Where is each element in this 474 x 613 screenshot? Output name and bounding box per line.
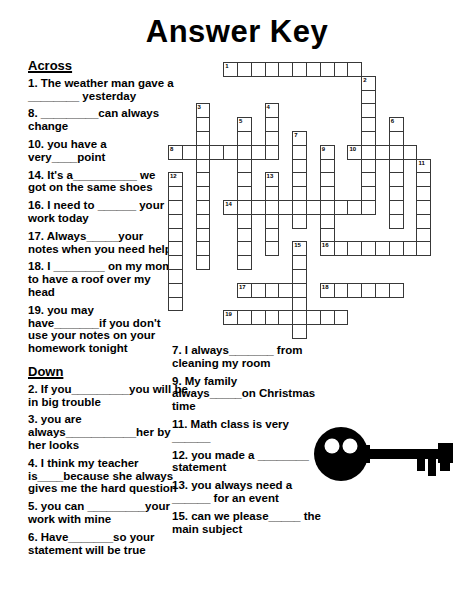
down-header: Down xyxy=(28,366,188,379)
grid-cell-r7c14[interactable] xyxy=(361,159,376,174)
grid-cell-r12c11[interactable] xyxy=(320,228,335,243)
grid-cell-r18c9[interactable] xyxy=(292,310,307,325)
cell-number: 17 xyxy=(239,284,246,291)
grid-cell-r13c11-num16[interactable]: 16 xyxy=(320,241,335,256)
grid-cell-r9c16[interactable] xyxy=(389,186,404,201)
page-title: Answer Key xyxy=(0,14,474,50)
grid-cell-r16c0[interactable] xyxy=(168,283,183,298)
grid-cell-r0c11[interactable] xyxy=(320,62,335,77)
grid-cell-r7c2[interactable] xyxy=(196,159,211,174)
grid-cell-r18c7[interactable] xyxy=(265,310,280,325)
grid-cell-r10c9[interactable] xyxy=(292,200,307,215)
grid-cell-r12c0[interactable] xyxy=(168,228,183,243)
grid-cell-r5c16[interactable] xyxy=(389,131,404,146)
grid-cell-r0c8[interactable] xyxy=(278,62,293,77)
grid-cell-r13c15[interactable] xyxy=(375,241,390,256)
grid-cell-r5c5[interactable] xyxy=(237,131,252,146)
grid-cell-r13c12[interactable] xyxy=(334,241,349,256)
grid-cell-r6c4[interactable] xyxy=(223,145,238,160)
grid-cell-r18c10[interactable] xyxy=(306,310,321,325)
clue-18: 18. I ________ on my mom to have a roof … xyxy=(28,260,175,298)
clue-6: 6. Have_______so your statement will be … xyxy=(28,531,188,557)
grid-cell-r6c7[interactable] xyxy=(265,145,280,160)
grid-cell-r10c11[interactable] xyxy=(320,200,335,215)
grid-cell-r6c15[interactable] xyxy=(375,145,390,160)
grid-cell-r10c18[interactable] xyxy=(416,200,431,215)
clue-1: 1. The weather man gave a ________ yeste… xyxy=(28,77,175,103)
grid-cell-r13c13[interactable] xyxy=(347,241,362,256)
grid-cell-r12c18[interactable] xyxy=(416,228,431,243)
grid-cell-r13c16[interactable] xyxy=(389,241,404,256)
grid-cell-r9c5[interactable] xyxy=(237,186,252,201)
grid-cell-r10c13[interactable] xyxy=(347,200,362,215)
grid-cell-r6c14[interactable] xyxy=(361,145,376,160)
grid-cell-r6c0-num8[interactable]: 8 xyxy=(168,145,183,160)
grid-cell-r10c2[interactable] xyxy=(196,200,211,215)
grid-cell-r13c14[interactable] xyxy=(361,241,376,256)
cell-number: 2 xyxy=(363,77,366,84)
clue-7: 7. I always_______ from cleaning my room xyxy=(172,344,324,370)
grid-cell-r11c5[interactable] xyxy=(237,214,252,229)
clue-16: 16. I need to ______ your work today xyxy=(28,199,175,225)
grid-cell-r3c7-num4[interactable]: 4 xyxy=(265,103,280,118)
grid-cell-r11c2[interactable] xyxy=(196,214,211,229)
grid-cell-r0c6[interactable] xyxy=(251,62,266,77)
grid-cell-r16c8[interactable] xyxy=(278,283,293,298)
grid-cell-r6c3[interactable] xyxy=(209,145,224,160)
clue-14: 14. It's a__________ we got on the same … xyxy=(28,169,175,195)
clue-17: 17. Always_____your notes when you need … xyxy=(28,230,175,256)
grid-cell-r0c7[interactable] xyxy=(265,62,280,77)
grid-cell-r18c12[interactable] xyxy=(334,310,349,325)
grid-cell-r14c5[interactable] xyxy=(237,255,252,270)
grid-cell-r5c7[interactable] xyxy=(265,131,280,146)
grid-cell-r6c11-num9[interactable]: 9 xyxy=(320,145,335,160)
clue-13: 13. you always need a ______ for an even… xyxy=(172,479,324,505)
grid-cell-r6c5[interactable] xyxy=(237,145,252,160)
crossword-grid: 12345678916101112131415171819 xyxy=(168,62,432,340)
worksheet-page: Answer Key Across 1. The weather man gav… xyxy=(0,0,474,613)
grid-cell-r9c0[interactable] xyxy=(168,186,183,201)
grid-cell-r11c16[interactable] xyxy=(389,214,404,229)
grid-cell-r10c16[interactable] xyxy=(389,200,404,215)
grid-cell-r9c11[interactable] xyxy=(320,186,335,201)
cell-number: 5 xyxy=(239,118,242,125)
grid-cell-r8c2[interactable] xyxy=(196,172,211,187)
grid-cell-r3c2-num3[interactable]: 3 xyxy=(196,103,211,118)
grid-cell-r10c5[interactable] xyxy=(237,200,252,215)
grid-cell-r14c0[interactable] xyxy=(168,255,183,270)
grid-cell-r13c7[interactable] xyxy=(265,241,280,256)
grid-cell-r12c7[interactable] xyxy=(265,228,280,243)
grid-cell-r18c8[interactable] xyxy=(278,310,293,325)
grid-cell-r9c7[interactable] xyxy=(265,186,280,201)
grid-cell-r0c9[interactable] xyxy=(292,62,307,77)
grid-cell-r12c2[interactable] xyxy=(196,228,211,243)
grid-cell-r9c9[interactable] xyxy=(292,186,307,201)
grid-cell-r4c16-num6[interactable]: 6 xyxy=(389,117,404,132)
cell-number: 3 xyxy=(198,104,201,111)
down-clue-list-left: 2. If you_________you will be in big tro… xyxy=(28,383,188,557)
grid-cell-r15c9[interactable] xyxy=(292,269,307,284)
grid-cell-r10c10[interactable] xyxy=(306,200,321,215)
cell-number: 6 xyxy=(391,118,394,125)
grid-cell-r11c0[interactable] xyxy=(168,214,183,229)
grid-cell-r4c5-num5[interactable]: 5 xyxy=(237,117,252,132)
grid-cell-r16c15[interactable] xyxy=(375,283,390,298)
grid-cell-r13c18[interactable] xyxy=(416,241,431,256)
clue-9: 9. My family always_____on Christmas tim… xyxy=(172,375,324,413)
cell-number: 1 xyxy=(225,63,228,70)
clue-4: 4. I think my teacher is____because she … xyxy=(28,457,188,495)
across-section: Across 1. The weather man gave a _______… xyxy=(28,60,175,360)
grid-cell-r8c7-num13[interactable]: 13 xyxy=(265,172,280,187)
grid-cell-r18c11[interactable] xyxy=(320,310,335,325)
grid-cell-r10c4-num14[interactable]: 14 xyxy=(223,200,238,215)
grid-cell-r16c14[interactable] xyxy=(361,283,376,298)
grid-cell-r0c13[interactable] xyxy=(347,62,362,77)
cell-number: 8 xyxy=(170,146,173,153)
grid-cell-r16c7[interactable] xyxy=(265,283,280,298)
grid-cell-r6c13-num10[interactable]: 10 xyxy=(347,145,362,160)
grid-cell-r18c6[interactable] xyxy=(251,310,266,325)
grid-cell-r16c16[interactable] xyxy=(389,283,404,298)
clue-12: 12. you made a ________ statement xyxy=(172,449,324,475)
grid-cell-r11c9[interactable] xyxy=(292,214,307,229)
grid-cell-r17c9[interactable] xyxy=(292,297,307,312)
grid-cell-r16c6[interactable] xyxy=(251,283,266,298)
grid-cell-r10c6[interactable] xyxy=(251,200,266,215)
grid-cell-r10c7[interactable] xyxy=(265,200,280,215)
grid-cell-r7c5[interactable] xyxy=(237,159,252,174)
grid-cell-r7c16[interactable] xyxy=(389,159,404,174)
grid-cell-r6c16[interactable] xyxy=(389,145,404,160)
grid-cell-r10c8[interactable] xyxy=(278,200,293,215)
clue-2: 2. If you_________you will be in big tro… xyxy=(28,383,188,409)
down-section-right: 7. I always_______ from cleaning my room… xyxy=(172,344,324,540)
grid-cell-r16c11-num18[interactable]: 18 xyxy=(320,283,335,298)
grid-cell-r8c18[interactable] xyxy=(416,172,431,187)
grid-cell-r6c6[interactable] xyxy=(251,145,266,160)
grid-cell-r7c9[interactable] xyxy=(292,159,307,174)
down-section-left: Down 2. If you_________you will be in bi… xyxy=(28,366,188,561)
grid-cell-r5c9-num7[interactable]: 7 xyxy=(292,131,307,146)
cell-number: 7 xyxy=(294,132,297,139)
grid-cell-r3c14[interactable] xyxy=(361,103,376,118)
grid-cell-r8c5[interactable] xyxy=(237,172,252,187)
clue-8: 8. _________can always change xyxy=(28,107,175,133)
grid-cell-r10c12[interactable] xyxy=(334,200,349,215)
cell-number: 9 xyxy=(322,146,325,153)
grid-cell-r1c14-num2[interactable]: 2 xyxy=(361,76,376,91)
clue-19: 19. you may have_______if you don't use … xyxy=(28,304,175,355)
grid-cell-r5c14[interactable] xyxy=(361,131,376,146)
grid-cell-r4c7[interactable] xyxy=(265,117,280,132)
grid-cell-r6c2[interactable] xyxy=(196,145,211,160)
grid-cell-r0c10[interactable] xyxy=(306,62,321,77)
cell-number: 10 xyxy=(349,146,356,153)
grid-cell-r11c11[interactable] xyxy=(320,214,335,229)
clue-10: 10. you have a very____point xyxy=(28,138,175,164)
grid-cell-r0c12[interactable] xyxy=(334,62,349,77)
cell-number: 12 xyxy=(170,173,177,180)
cell-number: 18 xyxy=(322,284,329,291)
grid-cell-r7c11[interactable] xyxy=(320,159,335,174)
grid-cell-r6c17[interactable] xyxy=(403,145,418,160)
grid-cell-r2c14[interactable] xyxy=(361,90,376,105)
grid-cell-r16c5-num17[interactable]: 17 xyxy=(237,283,252,298)
grid-cell-r13c17[interactable] xyxy=(403,241,418,256)
grid-cell-r8c11[interactable] xyxy=(320,172,335,187)
grid-cell-r9c18[interactable] xyxy=(416,186,431,201)
grid-cell-r18c4-num19[interactable]: 19 xyxy=(223,310,238,325)
grid-cell-r14c9[interactable] xyxy=(292,255,307,270)
grid-cell-r18c5[interactable] xyxy=(237,310,252,325)
grid-cell-r5c2[interactable] xyxy=(196,131,211,146)
grid-cell-r13c5[interactable] xyxy=(237,241,252,256)
grid-cell-r8c16[interactable] xyxy=(389,172,404,187)
grid-cell-r13c2[interactable] xyxy=(196,241,211,256)
grid-cell-r12c5[interactable] xyxy=(237,228,252,243)
grid-cell-r10c0[interactable] xyxy=(168,200,183,215)
down-clue-list-right: 7. I always_______ from cleaning my room… xyxy=(172,344,324,535)
cell-number: 14 xyxy=(225,201,232,208)
grid-cell-r16c9[interactable] xyxy=(292,283,307,298)
cell-number: 4 xyxy=(267,104,270,111)
grid-cell-r13c9-num15[interactable]: 15 xyxy=(292,241,307,256)
clue-5: 5. you can _________your work with mine xyxy=(28,500,188,526)
grid-cell-r8c9[interactable] xyxy=(292,172,307,187)
across-clue-list: 1. The weather man gave a ________ yeste… xyxy=(28,77,175,355)
cell-number: 16 xyxy=(322,242,329,249)
cell-number: 15 xyxy=(294,242,301,249)
across-header: Across xyxy=(28,60,175,73)
grid-cell-r11c7[interactable] xyxy=(265,214,280,229)
grid-cell-r4c14[interactable] xyxy=(361,117,376,132)
grid-cell-r0c5[interactable] xyxy=(237,62,252,77)
grid-cell-r17c0[interactable] xyxy=(168,297,183,312)
clue-3: 3. you are always___________her by her l… xyxy=(28,413,188,451)
grid-cell-r6c9[interactable] xyxy=(292,145,307,160)
grid-cell-r9c2[interactable] xyxy=(196,186,211,201)
grid-cell-r9c14[interactable] xyxy=(361,186,376,201)
cell-number: 13 xyxy=(267,173,274,180)
grid-cell-r7c18-num11[interactable]: 11 xyxy=(416,159,431,174)
grid-cell-r14c2[interactable] xyxy=(196,255,211,270)
grid-cell-r8c0-num12[interactable]: 12 xyxy=(168,172,183,187)
grid-cell-r4c2[interactable] xyxy=(196,117,211,132)
grid-cell-r15c0[interactable] xyxy=(168,269,183,284)
grid-cell-r10c14[interactable] xyxy=(361,200,376,215)
cell-number: 19 xyxy=(225,311,232,318)
grid-cell-r6c1[interactable] xyxy=(182,145,197,160)
grid-cell-r13c0[interactable] xyxy=(168,241,183,256)
grid-cell-r8c14[interactable] xyxy=(361,172,376,187)
grid-cell-r16c12[interactable] xyxy=(334,283,349,298)
grid-cell-r0c4-num1[interactable]: 1 xyxy=(223,62,238,77)
grid-cell-r16c13[interactable] xyxy=(347,283,362,298)
grid-cell-r11c18[interactable] xyxy=(416,214,431,229)
cell-number: 11 xyxy=(418,160,424,167)
grid-cell-r19c9[interactable] xyxy=(292,324,307,339)
clue-11: 11. Math class is very ______ xyxy=(172,418,324,444)
key-clipart-icon xyxy=(310,418,462,490)
clue-15: 15. can we please_____ the main subject xyxy=(172,510,324,536)
